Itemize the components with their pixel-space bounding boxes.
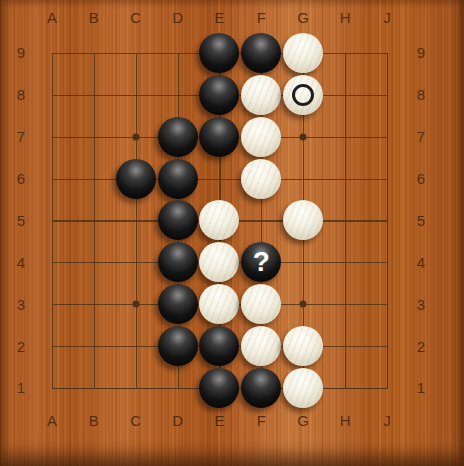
intersection[interactable]: [115, 367, 157, 409]
intersection[interactable]: [324, 241, 366, 283]
stone-black: [158, 242, 198, 282]
intersection[interactable]: [115, 241, 157, 283]
intersection[interactable]: [282, 116, 324, 158]
coord-label: D: [157, 1, 199, 33]
intersection[interactable]: [324, 158, 366, 200]
stone-black: [241, 368, 281, 408]
intersection[interactable]: [240, 158, 282, 200]
intersection[interactable]: [157, 158, 199, 200]
stone-black: [241, 33, 281, 73]
stone-white: [241, 326, 281, 366]
stone-black: [199, 326, 239, 366]
stone-white: [283, 200, 323, 240]
stone-black: [199, 33, 239, 73]
intersection[interactable]: [199, 367, 241, 409]
intersection[interactable]: [240, 367, 282, 409]
intersection[interactable]: [282, 32, 324, 74]
intersection[interactable]: [240, 32, 282, 74]
stone-white: [199, 242, 239, 282]
stone-white: [241, 75, 281, 115]
intersection[interactable]: [115, 325, 157, 367]
stone-black: ?: [241, 242, 281, 282]
intersection[interactable]: [282, 74, 324, 116]
intersection[interactable]: [324, 325, 366, 367]
intersection[interactable]: [324, 32, 366, 74]
intersection[interactable]: [199, 200, 241, 242]
coord-label: A: [31, 1, 73, 33]
intersection[interactable]: [31, 32, 73, 74]
circle-marker: [292, 84, 314, 106]
intersection[interactable]: [366, 241, 408, 283]
intersection[interactable]: [366, 325, 408, 367]
intersection[interactable]: [157, 367, 199, 409]
intersection[interactable]: [282, 367, 324, 409]
intersection[interactable]: [366, 116, 408, 158]
stone-white: [241, 117, 281, 157]
intersection[interactable]: [199, 74, 241, 116]
intersection[interactable]: [324, 283, 366, 325]
intersection[interactable]: [324, 200, 366, 242]
stone-white: [241, 159, 281, 199]
intersection[interactable]: [240, 116, 282, 158]
coord-label: F: [240, 1, 282, 33]
intersection[interactable]: [73, 74, 115, 116]
board-grid: ?: [31, 32, 408, 409]
question-marker: ?: [253, 242, 270, 282]
intersection[interactable]: ?: [240, 241, 282, 283]
intersection[interactable]: [31, 200, 73, 242]
intersection[interactable]: [324, 367, 366, 409]
intersection[interactable]: [366, 200, 408, 242]
stone-white: [283, 326, 323, 366]
intersection[interactable]: [240, 283, 282, 325]
intersection[interactable]: [199, 283, 241, 325]
intersection[interactable]: [73, 367, 115, 409]
intersection[interactable]: [366, 74, 408, 116]
intersection[interactable]: [31, 74, 73, 116]
intersection[interactable]: [115, 32, 157, 74]
intersection[interactable]: [31, 158, 73, 200]
intersection[interactable]: [157, 283, 199, 325]
intersection[interactable]: [199, 158, 241, 200]
stone-black: [199, 75, 239, 115]
intersection[interactable]: [31, 325, 73, 367]
intersection[interactable]: [157, 116, 199, 158]
intersection[interactable]: [282, 241, 324, 283]
intersection[interactable]: [73, 158, 115, 200]
coord-label: B: [73, 1, 115, 33]
intersection[interactable]: [31, 367, 73, 409]
stone-white: [283, 75, 323, 115]
intersection[interactable]: [240, 200, 282, 242]
intersection[interactable]: [115, 283, 157, 325]
stone-black: [158, 200, 198, 240]
stone-white: [283, 33, 323, 73]
intersection[interactable]: [157, 200, 199, 242]
intersection[interactable]: [73, 325, 115, 367]
intersection[interactable]: [157, 241, 199, 283]
intersection[interactable]: [115, 158, 157, 200]
intersection[interactable]: [282, 283, 324, 325]
intersection[interactable]: [31, 116, 73, 158]
stone-black: [158, 284, 198, 324]
stone-white: [283, 368, 323, 408]
intersection[interactable]: [282, 200, 324, 242]
intersection[interactable]: [199, 32, 241, 74]
stone-black: [158, 117, 198, 157]
coord-label: C: [115, 1, 157, 33]
intersection[interactable]: [115, 74, 157, 116]
intersection[interactable]: [157, 74, 199, 116]
coord-label: H: [324, 1, 366, 33]
intersection[interactable]: [157, 32, 199, 74]
intersection[interactable]: [282, 325, 324, 367]
intersection[interactable]: [199, 241, 241, 283]
intersection[interactable]: [73, 116, 115, 158]
intersection[interactable]: [366, 367, 408, 409]
intersection[interactable]: [282, 158, 324, 200]
intersection[interactable]: [366, 158, 408, 200]
intersection[interactable]: [240, 325, 282, 367]
intersection[interactable]: [31, 241, 73, 283]
intersection[interactable]: [366, 283, 408, 325]
intersection[interactable]: [366, 32, 408, 74]
stone-black: [199, 117, 239, 157]
intersection[interactable]: [73, 241, 115, 283]
stone-white: [199, 284, 239, 324]
coord-label: G: [282, 1, 324, 33]
intersection[interactable]: [240, 74, 282, 116]
stone-black: [158, 326, 198, 366]
top-column-labels: ABCDEFGHJ: [31, 1, 408, 33]
intersection[interactable]: [115, 116, 157, 158]
intersection[interactable]: [73, 283, 115, 325]
go-board-scene: ABCDEFGHJ ABCDEFGHJ 987654321 987654321 …: [0, 0, 464, 466]
intersection[interactable]: [324, 116, 366, 158]
intersection[interactable]: [31, 283, 73, 325]
intersection[interactable]: [115, 200, 157, 242]
stone-black: [158, 159, 198, 199]
coord-label: J: [366, 1, 408, 33]
intersection[interactable]: [199, 116, 241, 158]
intersection[interactable]: [157, 325, 199, 367]
stone-black: [116, 159, 156, 199]
intersection[interactable]: [324, 74, 366, 116]
stone-white: [199, 200, 239, 240]
stone-white: [241, 284, 281, 324]
intersection[interactable]: [73, 200, 115, 242]
coord-label: E: [199, 1, 241, 33]
intersection[interactable]: [199, 325, 241, 367]
stone-black: [199, 368, 239, 408]
intersection[interactable]: [73, 32, 115, 74]
